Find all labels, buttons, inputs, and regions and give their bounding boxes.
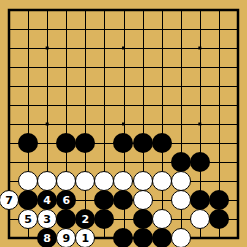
move-number-label: 1 <box>82 233 90 244</box>
black-stone[interactable] <box>113 190 133 210</box>
black-stone[interactable] <box>171 152 191 172</box>
white-stone-move-9[interactable]: 9 <box>56 228 76 247</box>
white-stone[interactable] <box>113 171 133 191</box>
black-stone[interactable] <box>209 209 229 229</box>
black-stone-move-8[interactable]: 8 <box>37 228 57 247</box>
black-stone[interactable] <box>56 209 76 229</box>
white-stone[interactable] <box>171 171 191 191</box>
black-stone[interactable] <box>94 209 114 229</box>
black-stone[interactable] <box>190 190 210 210</box>
black-stone[interactable] <box>113 228 133 247</box>
white-stone[interactable] <box>152 171 172 191</box>
black-stone[interactable] <box>133 133 153 153</box>
black-stone[interactable] <box>152 133 172 153</box>
move-number-label: 5 <box>24 214 32 225</box>
white-stone[interactable] <box>171 228 191 247</box>
move-number-label: 4 <box>43 195 51 206</box>
black-stone[interactable] <box>113 133 133 153</box>
move-number-label: 2 <box>82 214 90 225</box>
black-stone[interactable] <box>94 190 114 210</box>
white-stone-move-1[interactable]: 1 <box>75 228 95 247</box>
white-stone[interactable] <box>75 171 95 191</box>
black-stone[interactable] <box>133 209 153 229</box>
move-number-label: 8 <box>43 233 51 244</box>
move-number-label: 7 <box>5 195 13 206</box>
black-stone-move-4[interactable]: 4 <box>37 190 57 210</box>
black-stone[interactable] <box>152 228 172 247</box>
black-stone[interactable] <box>133 228 153 247</box>
black-stone[interactable] <box>209 190 229 210</box>
white-stone[interactable] <box>190 209 210 229</box>
move-number-label: 6 <box>62 195 70 206</box>
black-stone-move-6[interactable]: 6 <box>56 190 76 210</box>
white-stone[interactable] <box>94 171 114 191</box>
white-stone-move-7[interactable]: 7 <box>0 190 19 210</box>
white-stone-move-3[interactable]: 3 <box>37 209 57 229</box>
go-board[interactable]: 746532891 <box>0 1 247 247</box>
white-stone[interactable] <box>133 171 153 191</box>
white-stone[interactable] <box>56 171 76 191</box>
black-stone[interactable] <box>18 190 38 210</box>
black-stone-move-2[interactable]: 2 <box>75 209 95 229</box>
black-stone[interactable] <box>190 152 210 172</box>
white-stone[interactable] <box>152 209 172 229</box>
black-stone[interactable] <box>18 133 38 153</box>
move-number-label: 9 <box>62 233 70 244</box>
white-stone[interactable] <box>133 190 153 210</box>
white-stone[interactable] <box>18 171 38 191</box>
white-stone[interactable] <box>37 171 57 191</box>
white-stone-move-5[interactable]: 5 <box>18 209 38 229</box>
black-stone[interactable] <box>56 133 76 153</box>
white-stone[interactable] <box>171 190 191 210</box>
black-stone[interactable] <box>75 133 95 153</box>
go-diagram: 746532891 <box>0 0 247 247</box>
move-number-label: 3 <box>43 214 51 225</box>
